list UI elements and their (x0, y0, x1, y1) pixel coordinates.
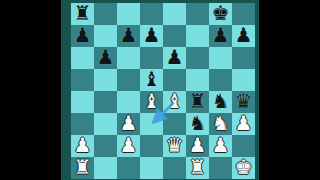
square-b2[interactable] (94, 135, 117, 157)
square-e3[interactable] (163, 113, 186, 135)
piece-white-knight-g3[interactable]: ♞ (209, 113, 232, 135)
square-d2[interactable] (140, 135, 163, 157)
square-h2[interactable] (232, 135, 255, 157)
piece-black-pawn-a7[interactable]: ♟ (71, 25, 94, 47)
square-d6[interactable] (140, 47, 163, 69)
piece-black-pawn-e6[interactable]: ♟ (163, 47, 186, 69)
square-g1[interactable] (209, 157, 232, 179)
square-d1[interactable] (140, 157, 163, 179)
piece-black-knight-g4[interactable]: ♞ (209, 91, 232, 113)
square-b7[interactable] (94, 25, 117, 47)
square-b5[interactable] (94, 69, 117, 91)
square-c6[interactable] (117, 47, 140, 69)
square-d8[interactable] (140, 3, 163, 25)
piece-black-pawn-b6[interactable]: ♟ (94, 47, 117, 69)
piece-black-knight-f3[interactable]: ♞ (186, 113, 209, 135)
piece-black-pawn-d7[interactable]: ♟ (140, 25, 163, 47)
piece-white-pawn-c3[interactable]: ♟ (117, 113, 140, 135)
square-c5[interactable] (117, 69, 140, 91)
square-c4[interactable] (117, 91, 140, 113)
piece-white-pawn-a2[interactable]: ♟ (71, 135, 94, 157)
piece-white-pawn-g2[interactable]: ♟ (209, 135, 232, 157)
piece-white-bishop-e4[interactable]: ♝ (163, 91, 186, 113)
piece-black-bishop-d5[interactable]: ♝ (140, 69, 163, 91)
square-e7[interactable] (163, 25, 186, 47)
square-f7[interactable] (186, 25, 209, 47)
square-b1[interactable] (94, 157, 117, 179)
square-b8[interactable] (94, 3, 117, 25)
piece-black-king-g8[interactable]: ♚ (209, 3, 232, 25)
square-a4[interactable] (71, 91, 94, 113)
piece-black-pawn-g7[interactable]: ♟ (209, 25, 232, 47)
piece-white-king-h1[interactable]: ♚ (232, 157, 255, 179)
piece-white-rook-a1[interactable]: ♜ (71, 157, 94, 179)
square-e5[interactable] (163, 69, 186, 91)
square-e8[interactable] (163, 3, 186, 25)
square-a6[interactable] (71, 47, 94, 69)
piece-black-pawn-h7[interactable]: ♟ (232, 25, 255, 47)
square-a3[interactable] (71, 113, 94, 135)
piece-white-rook-f1[interactable]: ♜ (186, 157, 209, 179)
square-f6[interactable] (186, 47, 209, 69)
piece-white-queen-e2[interactable]: ♛ (163, 135, 186, 157)
piece-black-rook-f4[interactable]: ♜ (186, 91, 209, 113)
piece-black-pawn-c7[interactable]: ♟ (117, 25, 140, 47)
piece-black-queen-h4[interactable]: ♛ (232, 91, 255, 113)
app-window: ♜♚♟♟♟♟♟♟♟♝♝♝♜♞♛♟♞♞♟♟♟♛♟♟♜♜♚ (0, 0, 320, 180)
piece-white-pawn-h3[interactable]: ♟ (232, 113, 255, 135)
square-e1[interactable] (163, 157, 186, 179)
piece-white-pawn-c2[interactable]: ♟ (117, 135, 140, 157)
square-f5[interactable] (186, 69, 209, 91)
board-grid: ♜♚♟♟♟♟♟♟♟♝♝♝♜♞♛♟♞♞♟♟♟♛♟♟♜♜♚ (71, 3, 255, 179)
square-b3[interactable] (94, 113, 117, 135)
square-h5[interactable] (232, 69, 255, 91)
square-h6[interactable] (232, 47, 255, 69)
square-c8[interactable] (117, 3, 140, 25)
square-h8[interactable] (232, 3, 255, 25)
piece-white-pawn-f2[interactable]: ♟ (186, 135, 209, 157)
square-a5[interactable] (71, 69, 94, 91)
piece-white-bishop-d4[interactable]: ♝ (140, 91, 163, 113)
chess-board: ♜♚♟♟♟♟♟♟♟♝♝♝♜♞♛♟♞♞♟♟♟♛♟♟♜♜♚ (61, 0, 259, 180)
square-c1[interactable] (117, 157, 140, 179)
square-f8[interactable] (186, 3, 209, 25)
piece-black-rook-a8[interactable]: ♜ (71, 3, 94, 25)
square-g5[interactable] (209, 69, 232, 91)
square-b4[interactable] (94, 91, 117, 113)
square-g6[interactable] (209, 47, 232, 69)
square-d3[interactable] (140, 113, 163, 135)
